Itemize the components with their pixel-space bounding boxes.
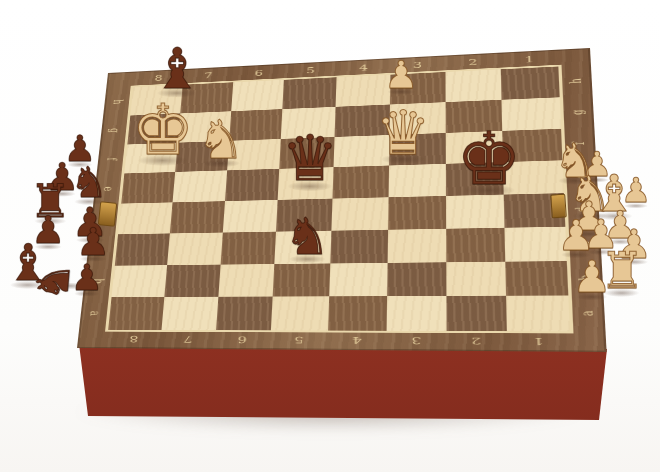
coord-left-h: h	[112, 99, 125, 104]
square-d3[interactable]	[388, 196, 446, 230]
square-h6[interactable]	[231, 80, 284, 111]
square-c2[interactable]	[446, 228, 506, 262]
square-b1[interactable]	[506, 261, 569, 296]
coord-top-2: 2	[468, 58, 477, 66]
black-queen-e5[interactable]: ♛	[282, 127, 338, 190]
coord-right-h: h	[568, 78, 584, 84]
square-e7[interactable]	[172, 171, 226, 203]
square-b7[interactable]	[164, 264, 220, 297]
square-a1[interactable]	[506, 296, 570, 332]
coord-top-7: 7	[204, 72, 213, 80]
square-h1[interactable]	[501, 67, 560, 100]
chess-board-photo-scene: 88hh77gg66ff55ee44dd33cc22bb11aa ♝♚♞♛♞♛♟…	[0, 0, 660, 472]
square-b8[interactable]	[112, 265, 167, 297]
captured-white-pawn[interactable]: ♟	[572, 255, 611, 299]
coord-bottom-7: 7	[183, 335, 193, 344]
white-queen-f3[interactable]: ♛	[376, 102, 431, 163]
square-b4[interactable]	[329, 263, 387, 297]
coord-bottom-3: 3	[411, 336, 421, 345]
coord-top-5: 5	[306, 67, 315, 75]
square-b6[interactable]	[218, 264, 275, 297]
coord-bottom-6: 6	[238, 335, 248, 344]
king-glyph: ♚	[132, 95, 195, 165]
knight-glyph: ♞	[70, 162, 108, 204]
coord-top-6: 6	[254, 69, 263, 77]
black-knight-c5[interactable]: ♞	[284, 211, 330, 262]
square-c4[interactable]	[330, 230, 388, 264]
square-a6[interactable]	[216, 297, 273, 331]
coord-bottom-1: 1	[533, 337, 544, 346]
square-b3[interactable]	[387, 262, 446, 296]
black-king-e1[interactable]: ♚	[456, 122, 521, 195]
captured-black-knight[interactable]: ♞	[70, 162, 108, 204]
square-a5[interactable]	[271, 296, 329, 330]
square-c7[interactable]	[167, 232, 222, 264]
square-e6[interactable]	[225, 169, 280, 201]
square-c8[interactable]	[115, 233, 170, 265]
captured-black-pawn[interactable]: ♟	[71, 260, 103, 296]
coord-right-g: g	[569, 109, 585, 115]
coord-top-1: 1	[524, 55, 534, 63]
square-c3[interactable]	[387, 229, 445, 263]
square-e4[interactable]	[332, 166, 388, 199]
square-b2[interactable]	[446, 261, 507, 296]
queen-glyph: ♛	[282, 127, 338, 190]
pawn-glyph: ♟	[384, 56, 418, 94]
square-h2[interactable]	[445, 69, 502, 102]
white-pawn-h3[interactable]: ♟	[384, 56, 418, 94]
square-e3[interactable]	[388, 164, 445, 197]
pawn-glyph: ♟	[572, 255, 611, 299]
coord-left-a: a	[88, 311, 102, 316]
square-d6[interactable]	[222, 200, 278, 233]
knight-glyph: ♞	[284, 211, 330, 262]
coord-left-g: g	[108, 128, 121, 133]
square-a3[interactable]	[386, 296, 446, 331]
queen-glyph: ♛	[376, 102, 431, 163]
square-h5[interactable]	[283, 77, 337, 109]
square-e8[interactable]	[121, 172, 175, 203]
knight-glyph: ♞	[197, 113, 245, 166]
coord-bottom-8: 8	[129, 335, 139, 344]
coord-bottom-5: 5	[294, 336, 304, 345]
square-d4[interactable]	[331, 197, 388, 230]
square-a8[interactable]	[108, 297, 164, 330]
white-knight-g7[interactable]: ♞	[197, 113, 245, 166]
white-king-f8[interactable]: ♚	[132, 95, 195, 165]
square-c6[interactable]	[220, 231, 276, 264]
pawn-glyph: ♟	[71, 260, 103, 296]
coord-bottom-4: 4	[352, 336, 362, 345]
square-d8[interactable]	[118, 202, 172, 234]
coord-right-a: a	[578, 311, 595, 317]
square-a2[interactable]	[446, 296, 507, 331]
square-a4[interactable]	[328, 296, 387, 330]
square-b5[interactable]	[273, 263, 330, 297]
coord-top-4: 4	[359, 64, 368, 72]
coord-bottom-2: 2	[471, 336, 481, 345]
square-a7[interactable]	[161, 297, 218, 330]
square-d7[interactable]	[170, 201, 225, 233]
king-glyph: ♚	[456, 122, 521, 195]
